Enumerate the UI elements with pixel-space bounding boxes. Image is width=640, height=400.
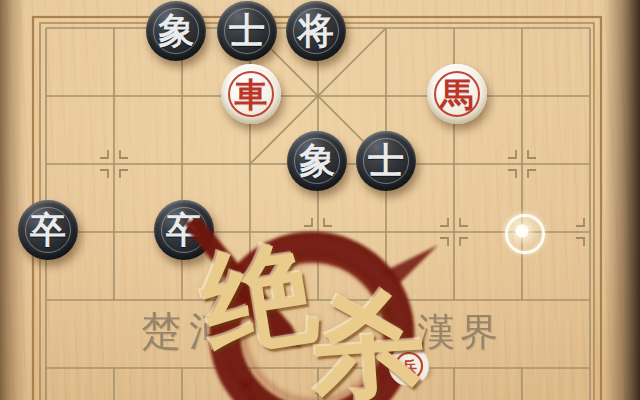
piece-glyph: 象 [299,143,335,179]
piece-glyph: 象 [158,13,194,49]
piece-glyph: 卒 [30,212,66,248]
river-label-han: 漢界 [417,313,503,351]
piece-black-advisor[interactable]: 士 [356,131,416,191]
piece-black-elephant[interactable]: 象 [146,1,206,61]
cursor-dot [515,224,529,238]
piece-black-soldier[interactable]: 卒 [18,200,78,260]
piece-black-elephant[interactable]: 象 [287,131,347,191]
piece-glyph: 馬 [441,78,474,111]
piece-glyph: 車 [235,78,268,111]
piece-black-general[interactable]: 将 [286,1,346,61]
watermark-char-sha: 杀 [307,285,429,400]
piece-glyph: 将 [298,13,334,49]
piece-glyph: 士 [229,13,265,49]
piece-red-horse[interactable]: 馬 [427,64,487,124]
watermark-char-jue: 绝 [195,234,323,362]
piece-black-advisor[interactable]: 士 [217,1,277,61]
piece-glyph: 士 [368,143,404,179]
piece-red-chariot[interactable]: 車 [221,64,281,124]
xiangqi-game-screen: 楚河 漢界 象士将車馬象士卒卒 兵 绝 杀 [0,0,640,400]
